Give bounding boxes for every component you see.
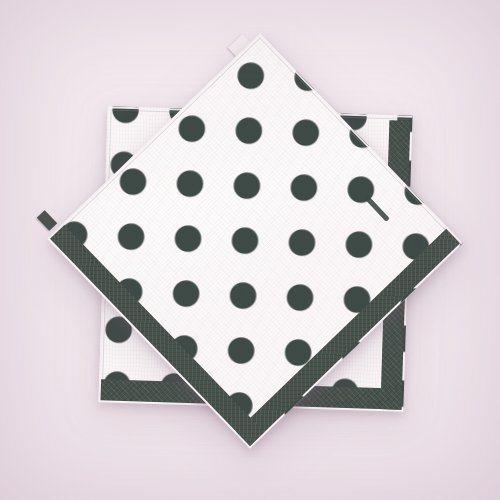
top-napkin-shadow-layer — [0, 0, 500, 500]
top-napkin — [47, 33, 463, 449]
top-napkin-texture — [47, 33, 463, 449]
napkin-product-photo — [0, 0, 500, 500]
